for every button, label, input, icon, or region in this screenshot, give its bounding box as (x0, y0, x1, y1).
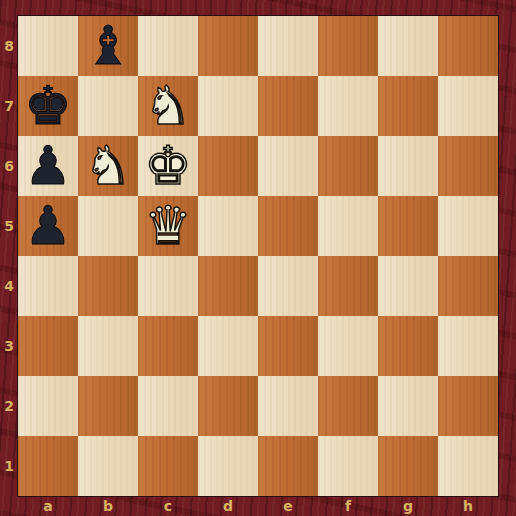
rank-label-1: 1 (0, 436, 18, 496)
square-e6[interactable] (258, 136, 318, 196)
square-e5[interactable] (258, 196, 318, 256)
square-g5[interactable] (378, 196, 438, 256)
rank-label-3: 3 (0, 316, 18, 376)
square-e4[interactable] (258, 256, 318, 316)
square-g6[interactable] (378, 136, 438, 196)
square-c6[interactable]: ♚ (138, 136, 198, 196)
square-h1[interactable] (438, 436, 498, 496)
square-h6[interactable] (438, 136, 498, 196)
piece-white-queen[interactable]: ♛ (144, 196, 192, 256)
square-f2[interactable] (318, 376, 378, 436)
square-d8[interactable] (198, 16, 258, 76)
rank-label-5: 5 (0, 196, 18, 256)
piece-black-pawn[interactable]: ♟ (24, 136, 72, 196)
square-f6[interactable] (318, 136, 378, 196)
square-g2[interactable] (378, 376, 438, 436)
square-c4[interactable] (138, 256, 198, 316)
square-a3[interactable] (18, 316, 78, 376)
square-h3[interactable] (438, 316, 498, 376)
square-b5[interactable] (78, 196, 138, 256)
square-e3[interactable] (258, 316, 318, 376)
square-c1[interactable] (138, 436, 198, 496)
rank-label-2: 2 (0, 376, 18, 436)
file-label-d: d (198, 496, 258, 516)
file-label-h: h (438, 496, 498, 516)
square-a4[interactable] (18, 256, 78, 316)
square-c3[interactable] (138, 316, 198, 376)
file-label-e: e (258, 496, 318, 516)
file-label-g: g (378, 496, 438, 516)
square-c7[interactable]: ♞ (138, 76, 198, 136)
square-g4[interactable] (378, 256, 438, 316)
piece-black-king[interactable]: ♚ (24, 76, 72, 136)
square-d2[interactable] (198, 376, 258, 436)
square-d3[interactable] (198, 316, 258, 376)
square-f1[interactable] (318, 436, 378, 496)
piece-white-knight[interactable]: ♞ (144, 76, 192, 136)
square-e7[interactable] (258, 76, 318, 136)
square-d5[interactable] (198, 196, 258, 256)
rank-labels: 87654321 (0, 16, 18, 496)
square-f8[interactable] (318, 16, 378, 76)
square-g8[interactable] (378, 16, 438, 76)
square-a6[interactable]: ♟ (18, 136, 78, 196)
rank-label-4: 4 (0, 256, 18, 316)
square-b7[interactable] (78, 76, 138, 136)
square-g7[interactable] (378, 76, 438, 136)
square-a5[interactable]: ♟ (18, 196, 78, 256)
square-c5[interactable]: ♛ (138, 196, 198, 256)
file-label-a: a (18, 496, 78, 516)
square-b6[interactable]: ♞ (78, 136, 138, 196)
square-c2[interactable] (138, 376, 198, 436)
square-g3[interactable] (378, 316, 438, 376)
piece-black-bishop[interactable]: ♝ (84, 16, 132, 76)
square-d1[interactable] (198, 436, 258, 496)
square-g1[interactable] (378, 436, 438, 496)
square-h5[interactable] (438, 196, 498, 256)
square-h7[interactable] (438, 76, 498, 136)
square-b4[interactable] (78, 256, 138, 316)
rank-label-6: 6 (0, 136, 18, 196)
chess-board-frame: 87654321 ♝♚♞♟♞♚♟♛ abcdefgh (0, 0, 516, 516)
chess-board: ♝♚♞♟♞♚♟♛ (18, 16, 498, 496)
square-f5[interactable] (318, 196, 378, 256)
file-labels: abcdefgh (18, 496, 498, 516)
square-h8[interactable] (438, 16, 498, 76)
square-e1[interactable] (258, 436, 318, 496)
square-f4[interactable] (318, 256, 378, 316)
square-d7[interactable] (198, 76, 258, 136)
square-c8[interactable] (138, 16, 198, 76)
file-label-f: f (318, 496, 378, 516)
square-h2[interactable] (438, 376, 498, 436)
square-a8[interactable] (18, 16, 78, 76)
square-a2[interactable] (18, 376, 78, 436)
square-b1[interactable] (78, 436, 138, 496)
square-a1[interactable] (18, 436, 78, 496)
square-a7[interactable]: ♚ (18, 76, 78, 136)
square-f3[interactable] (318, 316, 378, 376)
piece-white-knight[interactable]: ♞ (84, 136, 132, 196)
rank-label-8: 8 (0, 16, 18, 76)
rank-label-7: 7 (0, 76, 18, 136)
piece-black-pawn[interactable]: ♟ (24, 196, 72, 256)
square-d4[interactable] (198, 256, 258, 316)
square-h4[interactable] (438, 256, 498, 316)
square-b8[interactable]: ♝ (78, 16, 138, 76)
square-b2[interactable] (78, 376, 138, 436)
square-b3[interactable] (78, 316, 138, 376)
square-d6[interactable] (198, 136, 258, 196)
square-e2[interactable] (258, 376, 318, 436)
square-e8[interactable] (258, 16, 318, 76)
file-label-b: b (78, 496, 138, 516)
square-f7[interactable] (318, 76, 378, 136)
piece-white-king[interactable]: ♚ (144, 136, 192, 196)
file-label-c: c (138, 496, 198, 516)
